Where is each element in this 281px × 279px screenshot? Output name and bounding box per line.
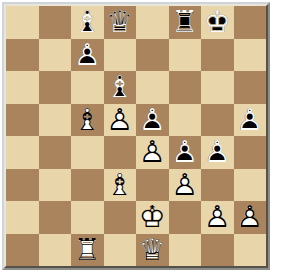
square-a6[interactable] xyxy=(6,71,39,104)
square-h6[interactable] xyxy=(234,71,267,104)
black-queen: ♛♕ xyxy=(104,6,137,39)
pawn-outline-glyph: ♙ xyxy=(169,169,202,202)
white-pawn: ♟♙ xyxy=(201,201,234,234)
square-d4[interactable] xyxy=(104,136,137,169)
square-a5[interactable] xyxy=(6,104,39,137)
square-c5[interactable]: ♝♗ xyxy=(71,104,104,137)
king-outline-glyph: ♔ xyxy=(136,201,169,234)
square-d2[interactable] xyxy=(104,201,137,234)
square-b5[interactable] xyxy=(39,104,72,137)
square-d7[interactable] xyxy=(104,39,137,72)
white-queen: ♛♕ xyxy=(136,234,169,267)
pawn-outline-glyph: ♙ xyxy=(234,104,267,137)
square-h1[interactable] xyxy=(234,234,267,267)
square-h3[interactable] xyxy=(234,169,267,202)
pawn-outline-glyph: ♙ xyxy=(234,201,267,234)
square-e2[interactable]: ♚♔ xyxy=(136,201,169,234)
queen-outline-glyph: ♕ xyxy=(136,234,169,267)
square-f8[interactable]: ♜♖ xyxy=(169,6,202,39)
bishop-outline-glyph: ♗ xyxy=(104,169,137,202)
square-c2[interactable] xyxy=(71,201,104,234)
square-f7[interactable] xyxy=(169,39,202,72)
white-bishop: ♝♗ xyxy=(104,169,137,202)
square-g1[interactable] xyxy=(201,234,234,267)
square-f5[interactable] xyxy=(169,104,202,137)
square-b7[interactable] xyxy=(39,39,72,72)
black-pawn: ♟♙ xyxy=(169,136,202,169)
square-g6[interactable] xyxy=(201,71,234,104)
black-bishop: ♝♗ xyxy=(71,6,104,39)
square-c1[interactable]: ♜♖ xyxy=(71,234,104,267)
bishop-outline-glyph: ♗ xyxy=(71,104,104,137)
square-d1[interactable] xyxy=(104,234,137,267)
square-a4[interactable] xyxy=(6,136,39,169)
pawn-outline-glyph: ♙ xyxy=(136,104,169,137)
square-c6[interactable] xyxy=(71,71,104,104)
square-d8[interactable]: ♛♕ xyxy=(104,6,137,39)
square-a1[interactable] xyxy=(6,234,39,267)
white-rook: ♜♖ xyxy=(71,234,104,267)
square-g7[interactable] xyxy=(201,39,234,72)
square-e1[interactable]: ♛♕ xyxy=(136,234,169,267)
square-d6[interactable]: ♝♗ xyxy=(104,71,137,104)
square-b8[interactable] xyxy=(39,6,72,39)
white-pawn: ♟♙ xyxy=(104,104,137,137)
white-pawn: ♟♙ xyxy=(234,201,267,234)
pawn-outline-glyph: ♙ xyxy=(71,39,104,72)
board-frame-inner: ♝♗♛♕♜♖♚♔♟♙♝♗♝♗♟♙♟♙♟♙♟♙♟♙♟♙♝♗♟♙♚♔♟♙♟♙♜♖♛♕ xyxy=(4,4,268,268)
pawn-outline-glyph: ♙ xyxy=(201,136,234,169)
rook-outline-glyph: ♖ xyxy=(71,234,104,267)
square-f4[interactable]: ♟♙ xyxy=(169,136,202,169)
square-c7[interactable]: ♟♙ xyxy=(71,39,104,72)
square-f3[interactable]: ♟♙ xyxy=(169,169,202,202)
square-f6[interactable] xyxy=(169,71,202,104)
square-e8[interactable] xyxy=(136,6,169,39)
square-d3[interactable]: ♝♗ xyxy=(104,169,137,202)
square-b6[interactable] xyxy=(39,71,72,104)
square-h4[interactable] xyxy=(234,136,267,169)
square-g5[interactable] xyxy=(201,104,234,137)
square-g2[interactable]: ♟♙ xyxy=(201,201,234,234)
white-pawn: ♟♙ xyxy=(169,169,202,202)
square-c3[interactable] xyxy=(71,169,104,202)
bishop-outline-glyph: ♗ xyxy=(104,71,137,104)
square-g8[interactable]: ♚♔ xyxy=(201,6,234,39)
square-b1[interactable] xyxy=(39,234,72,267)
square-f2[interactable] xyxy=(169,201,202,234)
chess-board: ♝♗♛♕♜♖♚♔♟♙♝♗♝♗♟♙♟♙♟♙♟♙♟♙♟♙♝♗♟♙♚♔♟♙♟♙♜♖♛♕ xyxy=(6,6,266,266)
board-frame: ♝♗♛♕♜♖♚♔♟♙♝♗♝♗♟♙♟♙♟♙♟♙♟♙♟♙♝♗♟♙♚♔♟♙♟♙♜♖♛♕ xyxy=(2,2,270,270)
square-h7[interactable] xyxy=(234,39,267,72)
black-pawn: ♟♙ xyxy=(136,104,169,137)
square-a2[interactable] xyxy=(6,201,39,234)
square-e6[interactable] xyxy=(136,71,169,104)
black-pawn: ♟♙ xyxy=(201,136,234,169)
square-h5[interactable]: ♟♙ xyxy=(234,104,267,137)
square-c4[interactable] xyxy=(71,136,104,169)
pawn-outline-glyph: ♙ xyxy=(136,136,169,169)
black-king: ♚♔ xyxy=(201,6,234,39)
black-bishop: ♝♗ xyxy=(104,71,137,104)
square-d5[interactable]: ♟♙ xyxy=(104,104,137,137)
chess-app-window: ♝♗♛♕♜♖♚♔♟♙♝♗♝♗♟♙♟♙♟♙♟♙♟♙♟♙♝♗♟♙♚♔♟♙♟♙♜♖♛♕ xyxy=(0,0,281,279)
queen-outline-glyph: ♕ xyxy=(104,6,137,39)
square-a8[interactable] xyxy=(6,6,39,39)
square-b2[interactable] xyxy=(39,201,72,234)
white-king: ♚♔ xyxy=(136,201,169,234)
square-e5[interactable]: ♟♙ xyxy=(136,104,169,137)
rook-outline-glyph: ♖ xyxy=(169,6,202,39)
square-h2[interactable]: ♟♙ xyxy=(234,201,267,234)
square-a3[interactable] xyxy=(6,169,39,202)
square-b3[interactable] xyxy=(39,169,72,202)
square-e3[interactable] xyxy=(136,169,169,202)
black-pawn: ♟♙ xyxy=(71,39,104,72)
square-a7[interactable] xyxy=(6,39,39,72)
white-pawn: ♟♙ xyxy=(136,136,169,169)
bishop-outline-glyph: ♗ xyxy=(71,6,104,39)
white-bishop: ♝♗ xyxy=(71,104,104,137)
square-e7[interactable] xyxy=(136,39,169,72)
square-c8[interactable]: ♝♗ xyxy=(71,6,104,39)
square-g3[interactable] xyxy=(201,169,234,202)
pawn-outline-glyph: ♙ xyxy=(169,136,202,169)
pawn-outline-glyph: ♙ xyxy=(104,104,137,137)
square-g4[interactable]: ♟♙ xyxy=(201,136,234,169)
square-f1[interactable] xyxy=(169,234,202,267)
black-pawn: ♟♙ xyxy=(234,104,267,137)
pawn-outline-glyph: ♙ xyxy=(201,201,234,234)
square-h8[interactable] xyxy=(234,6,267,39)
black-rook: ♜♖ xyxy=(169,6,202,39)
square-e4[interactable]: ♟♙ xyxy=(136,136,169,169)
square-b4[interactable] xyxy=(39,136,72,169)
king-outline-glyph: ♔ xyxy=(201,6,234,39)
